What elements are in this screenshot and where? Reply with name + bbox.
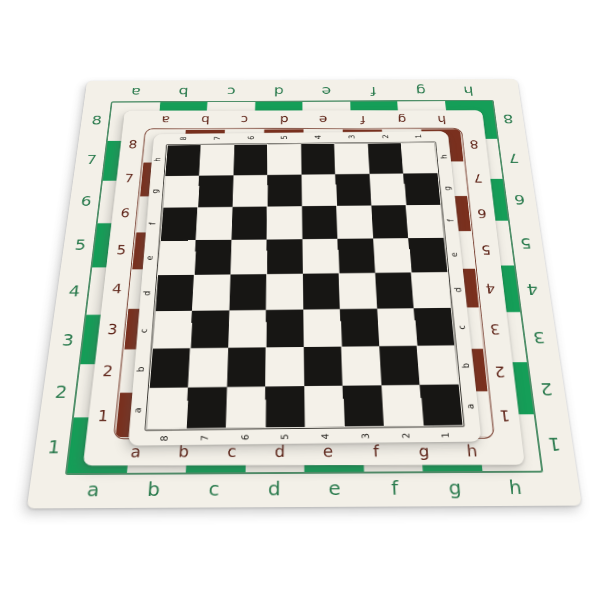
green-file-labels-top: abcdefgh (111, 83, 493, 100)
green-rank-label: 7 (500, 138, 527, 178)
green-rank-label: 1 (538, 416, 571, 473)
green-file-label: d (244, 476, 305, 502)
brown-rank-label: 6 (471, 195, 494, 231)
green-rank-label: 5 (511, 221, 540, 266)
green-file-label: c (183, 476, 244, 502)
brown-rank-label: 4 (479, 269, 503, 308)
brown-rank-label: 3 (483, 308, 508, 349)
brown-rank-label: 7 (467, 161, 489, 195)
green-file-label: g (397, 83, 446, 99)
brown-rank-label: 4 (105, 269, 129, 308)
green-rank-label: 5 (66, 223, 94, 268)
brown-rank-label: 5 (110, 232, 133, 270)
green-file-label: a (62, 477, 125, 503)
green-rank-label: 6 (506, 178, 534, 221)
green-rank-label: 8 (84, 101, 110, 139)
green-rank-label: 2 (531, 363, 563, 416)
green-file-label: a (111, 84, 160, 100)
green-rank-label: 4 (59, 267, 88, 315)
green-file-label: h (444, 83, 493, 99)
product-photo-scene: abcdefgh 87654321 87654321 abcdefgh abcd… (0, 0, 600, 600)
green-file-label: c (207, 84, 255, 100)
black-chessboard-mat: 87654321 hgfedcba hgfedcba 87654321 (128, 131, 482, 446)
green-file-label: b (122, 476, 184, 502)
green-rank-label: 4 (517, 265, 547, 312)
green-file-label: e (302, 83, 350, 99)
brown-file-label: e (303, 113, 343, 127)
brown-rank-label: 2 (487, 350, 512, 393)
brown-file-label: h (447, 441, 497, 462)
green-file-label: d (255, 84, 303, 100)
brown-rank-label: 3 (100, 309, 124, 350)
green-file-label: h (484, 475, 547, 501)
green-rank-label: 6 (72, 180, 99, 223)
stacked-boards-plane: abcdefgh 87654321 87654321 abcdefgh abcd… (27, 79, 582, 508)
brown-rank-label: 2 (95, 350, 120, 393)
brown-rank-label: 1 (492, 393, 518, 439)
green-file-label: f (364, 475, 426, 501)
green-rank-label: 7 (78, 140, 105, 180)
green-rank-label: 8 (495, 100, 521, 138)
brown-file-label: c (224, 113, 264, 127)
black-checkerboard (147, 143, 463, 429)
green-file-label: f (350, 83, 398, 99)
black-rank-labels-bottom: 87654321 (144, 429, 467, 445)
brown-rank-label: 1 (90, 394, 116, 440)
brown-rank-label: 8 (463, 128, 485, 161)
brown-rank-label: 5 (475, 231, 498, 269)
green-file-label: g (424, 475, 486, 501)
green-file-label: b (159, 84, 208, 100)
green-file-labels-bottom: abcdefgh (62, 475, 547, 503)
green-file-label: e (304, 475, 365, 501)
green-rank-label: 3 (524, 313, 555, 363)
brown-file-label: h (421, 113, 462, 127)
